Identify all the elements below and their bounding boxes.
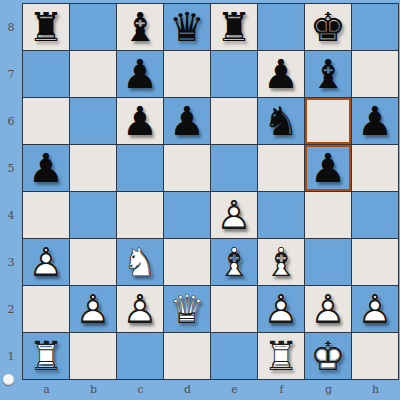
piece-glyph: ♙: [28, 242, 64, 282]
piece-glyph: ♞: [263, 101, 299, 141]
piece-white-queen[interactable]: ♛♕: [164, 286, 210, 332]
square-b8[interactable]: [70, 4, 116, 50]
piece-glyph: ♟: [122, 54, 158, 94]
square-d2[interactable]: ♛♕: [164, 286, 210, 332]
square-h5[interactable]: [352, 145, 398, 191]
square-h7[interactable]: [352, 51, 398, 97]
square-e2[interactable]: [211, 286, 257, 332]
piece-white-pawn[interactable]: ♟♙: [70, 286, 116, 332]
square-g2[interactable]: ♟♙: [305, 286, 351, 332]
piece-glyph: ♖: [28, 336, 64, 376]
file-label-d: d: [164, 381, 211, 398]
square-a6[interactable]: [23, 98, 69, 144]
piece-glyph: ♙: [310, 289, 346, 329]
square-e1[interactable]: [211, 333, 257, 379]
piece-black-king[interactable]: ♚: [305, 4, 351, 50]
piece-white-pawn[interactable]: ♟♙: [258, 286, 304, 332]
piece-glyph: ♚: [310, 7, 346, 47]
square-a5[interactable]: ♟: [23, 145, 69, 191]
piece-glyph: ♝: [310, 54, 346, 94]
piece-black-pawn[interactable]: ♟: [258, 51, 304, 97]
square-e4[interactable]: ♟♙: [211, 192, 257, 238]
square-b3[interactable]: [70, 239, 116, 285]
square-h2[interactable]: ♟♙: [352, 286, 398, 332]
square-d3[interactable]: [164, 239, 210, 285]
piece-black-bishop[interactable]: ♝: [305, 51, 351, 97]
square-d4[interactable]: [164, 192, 210, 238]
square-c1[interactable]: [117, 333, 163, 379]
file-label-f: f: [258, 381, 305, 398]
square-g3[interactable]: [305, 239, 351, 285]
piece-glyph: ♗: [216, 242, 252, 282]
square-h6[interactable]: ♟: [352, 98, 398, 144]
square-g8[interactable]: ♚: [305, 4, 351, 50]
square-e7[interactable]: [211, 51, 257, 97]
square-f7[interactable]: ♟: [258, 51, 304, 97]
piece-black-queen[interactable]: ♛: [164, 4, 210, 50]
file-label-e: e: [211, 381, 258, 398]
square-a1[interactable]: ♜♖: [23, 333, 69, 379]
square-b2[interactable]: ♟♙: [70, 286, 116, 332]
piece-white-pawn[interactable]: ♟♙: [305, 286, 351, 332]
square-e6[interactable]: [211, 98, 257, 144]
square-a2[interactable]: [23, 286, 69, 332]
file-label-b: b: [70, 381, 117, 398]
square-g7[interactable]: ♝: [305, 51, 351, 97]
square-a7[interactable]: [23, 51, 69, 97]
piece-glyph: ♙: [122, 289, 158, 329]
piece-white-bishop[interactable]: ♝♗: [258, 239, 304, 285]
square-c6[interactable]: ♟: [117, 98, 163, 144]
piece-black-rook[interactable]: ♜: [211, 4, 257, 50]
square-f2[interactable]: ♟♙: [258, 286, 304, 332]
square-e8[interactable]: ♜: [211, 4, 257, 50]
square-h4[interactable]: [352, 192, 398, 238]
piece-black-bishop[interactable]: ♝: [117, 4, 163, 50]
rank-label-3: 3: [0, 239, 22, 286]
square-c5[interactable]: [117, 145, 163, 191]
piece-glyph: ♜: [216, 7, 252, 47]
square-b1[interactable]: [70, 333, 116, 379]
square-c7[interactable]: ♟: [117, 51, 163, 97]
piece-white-rook[interactable]: ♜♖: [258, 333, 304, 379]
square-h1[interactable]: [352, 333, 398, 379]
square-f3[interactable]: ♝♗: [258, 239, 304, 285]
file-label-h: h: [352, 381, 399, 398]
square-f5[interactable]: [258, 145, 304, 191]
rank-label-2: 2: [0, 286, 22, 333]
rank-labels: 87654321: [0, 4, 22, 379]
rank-label-4: 4: [0, 192, 22, 239]
piece-glyph: ♙: [263, 289, 299, 329]
square-h3[interactable]: [352, 239, 398, 285]
square-f4[interactable]: [258, 192, 304, 238]
piece-glyph: ♝: [122, 7, 158, 47]
piece-glyph: ♙: [216, 195, 252, 235]
square-f8[interactable]: [258, 4, 304, 50]
piece-glyph: ♟: [122, 101, 158, 141]
piece-glyph: ♜: [28, 7, 64, 47]
square-d8[interactable]: ♛: [164, 4, 210, 50]
piece-black-pawn[interactable]: ♟: [117, 51, 163, 97]
square-e3[interactable]: ♝♗: [211, 239, 257, 285]
piece-glyph: ♟: [169, 101, 205, 141]
square-b6[interactable]: [70, 98, 116, 144]
piece-glyph: ♔: [310, 336, 346, 376]
piece-black-pawn[interactable]: ♟: [23, 145, 69, 191]
piece-white-rook[interactable]: ♜♖: [23, 333, 69, 379]
piece-white-pawn[interactable]: ♟♙: [352, 286, 398, 332]
square-d6[interactable]: ♟: [164, 98, 210, 144]
piece-white-pawn[interactable]: ♟♙: [117, 286, 163, 332]
chess-board-frame: ♜♝♛♜♚♟♟♝♟♟♞♟♟♟♟♙♟♙♞♘♝♗♝♗♟♙♟♙♛♕♟♙♟♙♟♙♜♖♜♖…: [22, 3, 399, 380]
rank-label-8: 8: [0, 4, 22, 51]
square-g4[interactable]: [305, 192, 351, 238]
piece-glyph: ♟: [263, 54, 299, 94]
file-labels: abcdefgh: [23, 381, 398, 398]
square-a3[interactable]: ♟♙: [23, 239, 69, 285]
square-a8[interactable]: ♜: [23, 4, 69, 50]
rank-label-5: 5: [0, 145, 22, 192]
piece-glyph: ♗: [263, 242, 299, 282]
chess-app-window: { "game": "chess", "position": { "fen": …: [0, 0, 400, 400]
piece-glyph: ♛: [169, 7, 205, 47]
piece-black-rook[interactable]: ♜: [23, 4, 69, 50]
piece-black-pawn[interactable]: ♟: [164, 98, 210, 144]
rank-label-1: 1: [0, 333, 22, 380]
square-b4[interactable]: [70, 192, 116, 238]
square-f1[interactable]: ♜♖: [258, 333, 304, 379]
square-h8[interactable]: [352, 4, 398, 50]
square-b5[interactable]: [70, 145, 116, 191]
piece-glyph: ♖: [263, 336, 299, 376]
piece-white-pawn[interactable]: ♟♙: [211, 192, 257, 238]
piece-glyph: ♙: [75, 289, 111, 329]
piece-glyph: ♕: [169, 289, 205, 329]
square-c2[interactable]: ♟♙: [117, 286, 163, 332]
piece-black-knight[interactable]: ♞: [258, 98, 304, 144]
square-c4[interactable]: [117, 192, 163, 238]
square-g6[interactable]: [305, 98, 351, 144]
square-b7[interactable]: [70, 51, 116, 97]
square-d7[interactable]: [164, 51, 210, 97]
rank-label-7: 7: [0, 51, 22, 98]
piece-white-bishop[interactable]: ♝♗: [211, 239, 257, 285]
piece-glyph: ♘: [122, 242, 158, 282]
rank-label-6: 6: [0, 98, 22, 145]
piece-white-pawn[interactable]: ♟♙: [23, 239, 69, 285]
file-label-g: g: [305, 381, 352, 398]
piece-black-pawn[interactable]: ♟: [305, 145, 351, 191]
piece-white-knight[interactable]: ♞♘: [117, 239, 163, 285]
square-d1[interactable]: [164, 333, 210, 379]
piece-black-pawn[interactable]: ♟: [352, 98, 398, 144]
square-c8[interactable]: ♝: [117, 4, 163, 50]
piece-glyph: ♟: [357, 101, 393, 141]
square-e5[interactable]: [211, 145, 257, 191]
square-c3[interactable]: ♞♘: [117, 239, 163, 285]
square-f6[interactable]: ♞: [258, 98, 304, 144]
piece-glyph: ♙: [357, 289, 393, 329]
square-g1[interactable]: ♚♔: [305, 333, 351, 379]
white-to-move-indicator-dot: [3, 374, 14, 385]
square-d5[interactable]: [164, 145, 210, 191]
piece-black-pawn[interactable]: ♟: [117, 98, 163, 144]
piece-glyph: ♟: [310, 148, 346, 188]
file-label-c: c: [117, 381, 164, 398]
file-label-a: a: [23, 381, 70, 398]
square-a4[interactable]: [23, 192, 69, 238]
square-g5[interactable]: ♟: [305, 145, 351, 191]
piece-white-king[interactable]: ♚♔: [305, 333, 351, 379]
piece-glyph: ♟: [28, 148, 64, 188]
chess-board[interactable]: ♜♝♛♜♚♟♟♝♟♟♞♟♟♟♟♙♟♙♞♘♝♗♝♗♟♙♟♙♛♕♟♙♟♙♟♙♜♖♜♖…: [22, 3, 399, 380]
